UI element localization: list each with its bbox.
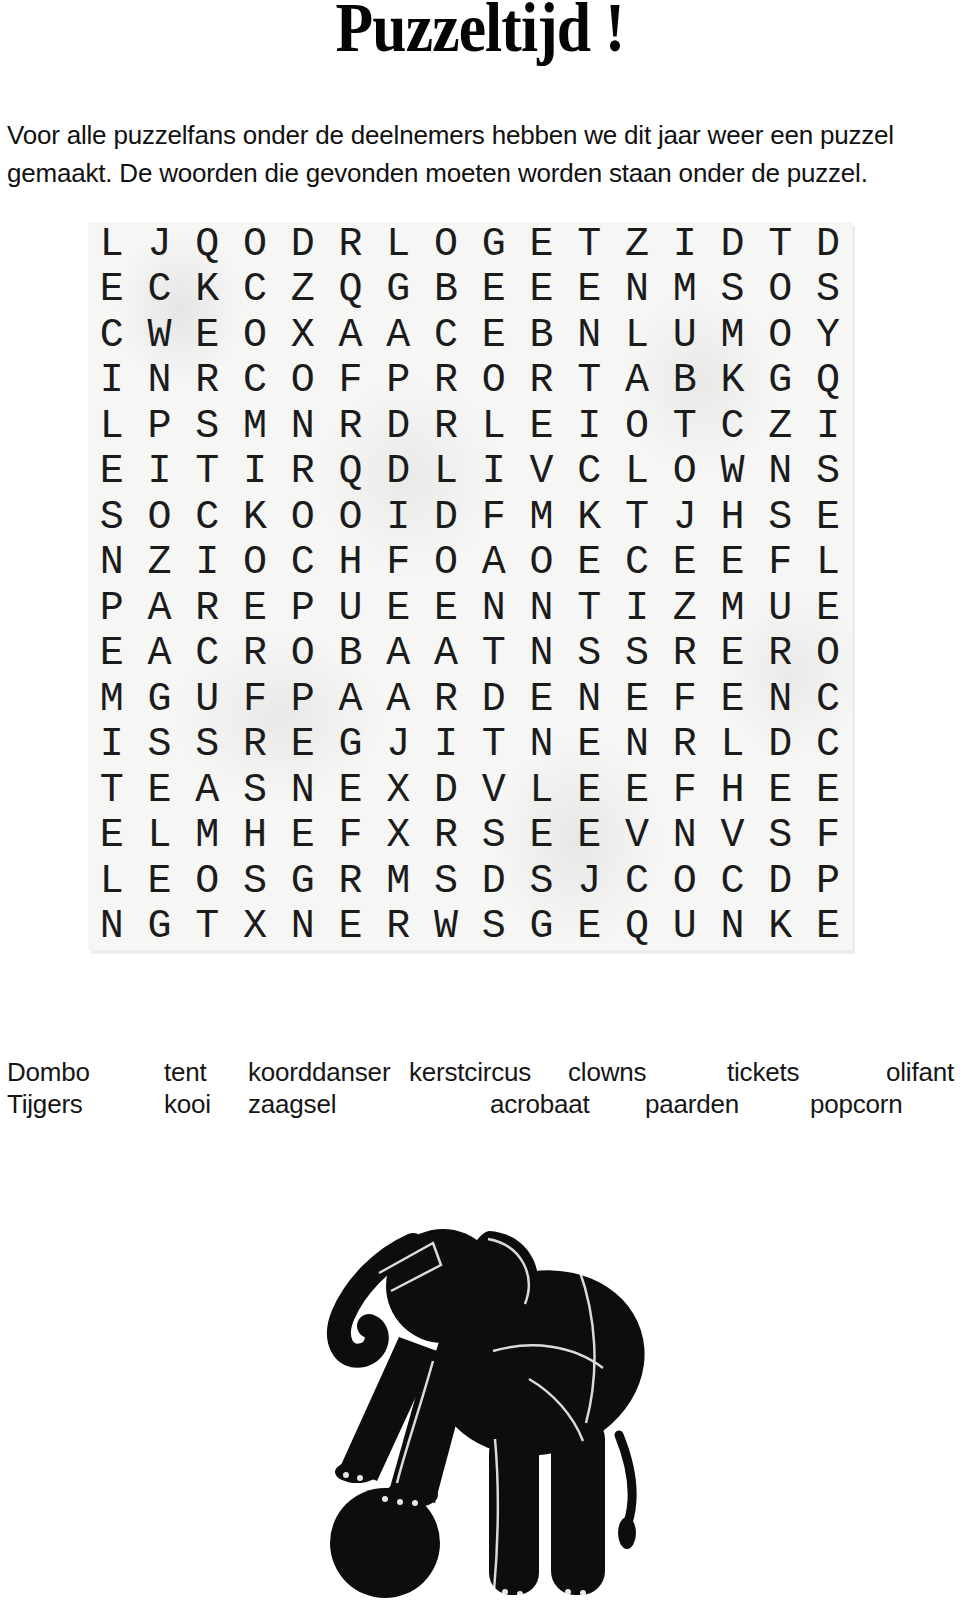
grid-cell: E xyxy=(470,268,518,314)
grid-cell: L xyxy=(88,859,136,905)
grid-cell: M xyxy=(661,268,709,314)
word-acrobaat: acrobaat xyxy=(490,1089,590,1120)
grid-cell: K xyxy=(709,359,757,405)
grid-cell: T xyxy=(613,495,661,541)
grid-cell: O xyxy=(231,222,279,268)
grid-cell: E xyxy=(566,768,614,814)
grid-cell: H xyxy=(231,814,279,860)
grid-cell: E xyxy=(375,586,423,632)
grid-cell: C xyxy=(184,632,232,678)
grid-cell: F xyxy=(327,814,375,860)
grid-cell: M xyxy=(184,814,232,860)
grid-cell: L xyxy=(375,222,423,268)
grid-cell: N xyxy=(613,723,661,769)
grid-cell: R xyxy=(757,632,805,678)
grid-cell: C xyxy=(231,359,279,405)
grid-cell: M xyxy=(709,313,757,359)
grid-cell: E xyxy=(88,450,136,496)
grid-cell: C xyxy=(709,404,757,450)
grid-cell: C xyxy=(804,723,852,769)
grid-cell: E xyxy=(184,313,232,359)
grid-cell: A xyxy=(136,632,184,678)
grid-cell: S xyxy=(804,450,852,496)
grid-cell: M xyxy=(231,404,279,450)
grid-cell: U xyxy=(661,905,709,951)
grid-cell: A xyxy=(470,541,518,587)
grid-cell: B xyxy=(518,313,566,359)
grid-cell: G xyxy=(327,723,375,769)
word-koorddanser: koorddanser xyxy=(248,1057,390,1088)
grid-cell: E xyxy=(136,768,184,814)
grid-cell: R xyxy=(327,222,375,268)
grid-cell: N xyxy=(566,677,614,723)
grid-cell: G xyxy=(470,222,518,268)
grid-cell: E xyxy=(661,541,709,587)
grid-cell: T xyxy=(757,222,805,268)
grid-cell: Q xyxy=(184,222,232,268)
grid-cell: A xyxy=(375,313,423,359)
grid-cell: S xyxy=(804,268,852,314)
grid-cell: N xyxy=(661,814,709,860)
grid-cell: V xyxy=(709,814,757,860)
grid-cell: L xyxy=(518,768,566,814)
grid-cell: L xyxy=(136,814,184,860)
grid-cell: C xyxy=(422,313,470,359)
grid-cell: N xyxy=(88,541,136,587)
grid-cell: E xyxy=(566,814,614,860)
grid-cell: X xyxy=(279,313,327,359)
grid-cell: Z xyxy=(279,268,327,314)
grid-cell: E xyxy=(566,905,614,951)
grid-cell: N xyxy=(518,723,566,769)
grid-cell: O xyxy=(804,632,852,678)
grid-cell: O xyxy=(470,359,518,405)
grid-cell: B xyxy=(661,359,709,405)
grid-cell: N xyxy=(709,905,757,951)
grid-cell: R xyxy=(231,632,279,678)
intro-line-1: Voor alle puzzelfans onder de deelnemers… xyxy=(7,120,957,151)
grid-cell: E xyxy=(231,586,279,632)
grid-cell: N xyxy=(518,586,566,632)
puzzle-page: Puzzeltijd ! Voor alle puzzelfans onder … xyxy=(0,0,960,1607)
grid-cell: N xyxy=(757,677,805,723)
grid-cell: O xyxy=(661,450,709,496)
grid-cell: W xyxy=(422,905,470,951)
grid-cell: R xyxy=(375,905,423,951)
word-kerstcircus: kerstcircus xyxy=(409,1057,531,1088)
grid-cell: I xyxy=(804,404,852,450)
grid-cell: F xyxy=(327,359,375,405)
grid-cell: D xyxy=(470,859,518,905)
grid-cell: F xyxy=(661,768,709,814)
grid-cell: K xyxy=(231,495,279,541)
grid-cell: O xyxy=(279,495,327,541)
grid-cell: O xyxy=(422,541,470,587)
grid-cell: E xyxy=(613,677,661,723)
grid-cell: I xyxy=(613,586,661,632)
grid-cell: K xyxy=(566,495,614,541)
grid-cell: Q xyxy=(804,359,852,405)
grid-cell: E xyxy=(566,723,614,769)
grid-cell: Z xyxy=(661,586,709,632)
grid-cell: D xyxy=(422,768,470,814)
word-popcorn: popcorn xyxy=(810,1089,903,1120)
grid-cell: O xyxy=(184,859,232,905)
grid-cell: A xyxy=(327,677,375,723)
grid-cell: Q xyxy=(613,905,661,951)
grid-cell: B xyxy=(327,632,375,678)
grid-cell: S xyxy=(88,495,136,541)
grid-cell: D xyxy=(804,222,852,268)
grid-cell: S xyxy=(757,495,805,541)
grid-cell: I xyxy=(422,723,470,769)
grid-cell: E xyxy=(566,268,614,314)
grid-cell: A xyxy=(327,313,375,359)
grid-cell: I xyxy=(375,495,423,541)
grid-cell: E xyxy=(518,268,566,314)
grid-cell: S xyxy=(470,814,518,860)
grid-cell: E xyxy=(613,768,661,814)
grid-cell: N xyxy=(136,359,184,405)
grid-cell: S xyxy=(470,905,518,951)
grid-cell: A xyxy=(375,677,423,723)
grid-cell: A xyxy=(375,632,423,678)
grid-cell: N xyxy=(279,768,327,814)
grid-cell: Q xyxy=(327,268,375,314)
grid-cell: D xyxy=(422,495,470,541)
grid-cell: F xyxy=(661,677,709,723)
grid-cell: R xyxy=(661,632,709,678)
grid-cell: I xyxy=(184,541,232,587)
grid-cell: A xyxy=(136,586,184,632)
grid-cell: R xyxy=(422,404,470,450)
grid-cell: O xyxy=(518,541,566,587)
grid-cell: C xyxy=(613,859,661,905)
grid-cell: E xyxy=(88,268,136,314)
grid-cell: V xyxy=(470,768,518,814)
grid-cell: V xyxy=(613,814,661,860)
grid-cell: P xyxy=(375,359,423,405)
grid-cell: G xyxy=(518,905,566,951)
grid-cell: T xyxy=(470,632,518,678)
grid-cell: P xyxy=(279,586,327,632)
grid-cell: R xyxy=(422,677,470,723)
grid-cell: N xyxy=(757,450,805,496)
grid-cell: I xyxy=(661,222,709,268)
grid-cell: O xyxy=(757,313,805,359)
grid-cell: S xyxy=(566,632,614,678)
grid-cell: G xyxy=(279,859,327,905)
grid-cell: D xyxy=(470,677,518,723)
grid-cell: A xyxy=(184,768,232,814)
grid-cell: D xyxy=(757,859,805,905)
grid-cell: R xyxy=(422,359,470,405)
grid-cell: O xyxy=(279,359,327,405)
grid-cell: J xyxy=(661,495,709,541)
grid-cell: M xyxy=(709,586,757,632)
grid-cell: L xyxy=(804,541,852,587)
grid-cell: O xyxy=(136,495,184,541)
grid-cell: D xyxy=(757,723,805,769)
grid-cell: S xyxy=(184,723,232,769)
grid-cell: E xyxy=(518,404,566,450)
grid-cell: F xyxy=(231,677,279,723)
grid-cell: E xyxy=(279,723,327,769)
grid-cell: D xyxy=(279,222,327,268)
grid-cell: L xyxy=(88,222,136,268)
grid-cell: Z xyxy=(613,222,661,268)
grid-cell: Z xyxy=(136,541,184,587)
word-dombo: Dombo xyxy=(7,1057,90,1088)
grid-cell: T xyxy=(470,723,518,769)
grid-cell: F xyxy=(804,814,852,860)
grid-cell: L xyxy=(613,313,661,359)
grid-cell: E xyxy=(327,768,375,814)
grid-cell: S xyxy=(184,404,232,450)
grid-cell: K xyxy=(184,268,232,314)
grid-cell: N xyxy=(470,586,518,632)
grid-cell: N xyxy=(613,268,661,314)
grid-cell: F xyxy=(375,541,423,587)
grid-cell: T xyxy=(88,768,136,814)
word-zaagsel: zaagsel xyxy=(248,1089,336,1120)
grid-cell: I xyxy=(231,450,279,496)
grid-cell: E xyxy=(279,814,327,860)
grid-cell: C xyxy=(231,268,279,314)
grid-cell: S xyxy=(613,632,661,678)
grid-cell: W xyxy=(709,450,757,496)
grid-cell: I xyxy=(88,359,136,405)
grid-cell: D xyxy=(709,222,757,268)
grid-cell: E xyxy=(88,632,136,678)
grid-cell: S xyxy=(518,859,566,905)
intro-line-2: gemaakt. De woorden die gevonden moeten … xyxy=(7,158,957,189)
grid-cell: U xyxy=(661,313,709,359)
grid-cell: R xyxy=(184,586,232,632)
grid-cell: C xyxy=(184,495,232,541)
grid-cell: P xyxy=(279,677,327,723)
grid-cell: G xyxy=(375,268,423,314)
grid-cell: X xyxy=(375,814,423,860)
grid-cell: N xyxy=(566,313,614,359)
grid-cell: U xyxy=(327,586,375,632)
grid-cell: O xyxy=(757,268,805,314)
grid-cell: R xyxy=(327,404,375,450)
grid-cell: P xyxy=(88,586,136,632)
grid-cell: R xyxy=(661,723,709,769)
grid-cell: C xyxy=(279,541,327,587)
word-tent: tent xyxy=(164,1057,207,1088)
grid-cell: R xyxy=(184,359,232,405)
grid-cell: L xyxy=(88,404,136,450)
word-kooi: kooi xyxy=(164,1089,211,1120)
grid-cell: N xyxy=(279,905,327,951)
grid-cell: Z xyxy=(757,404,805,450)
grid-cell: F xyxy=(470,495,518,541)
grid-cell: J xyxy=(566,859,614,905)
grid-cell: S xyxy=(136,723,184,769)
grid-cell: E xyxy=(566,541,614,587)
grid-cell: R xyxy=(422,814,470,860)
grid-cell: T xyxy=(566,586,614,632)
grid-cell: E xyxy=(709,677,757,723)
grid-cell: I xyxy=(566,404,614,450)
grid-cell: T xyxy=(184,450,232,496)
grid-cell: L xyxy=(709,723,757,769)
word-tijgers: Tijgers xyxy=(7,1089,83,1120)
grid-cell: O xyxy=(231,313,279,359)
grid-cell: A xyxy=(613,359,661,405)
grid-cell: E xyxy=(757,768,805,814)
grid-cell: E xyxy=(136,859,184,905)
grid-cell: N xyxy=(88,905,136,951)
word-tickets: tickets xyxy=(727,1057,799,1088)
grid-cell: C xyxy=(566,450,614,496)
grid-cell: T xyxy=(661,404,709,450)
grid-cell: T xyxy=(566,222,614,268)
grid-cell: F xyxy=(757,541,805,587)
grid-cell: Q xyxy=(327,450,375,496)
grid-cell: O xyxy=(231,541,279,587)
grid-cell: N xyxy=(518,632,566,678)
grid-cell: E xyxy=(804,495,852,541)
grid-cell: S xyxy=(422,859,470,905)
grid-cell: U xyxy=(184,677,232,723)
grid-cell: J xyxy=(136,222,184,268)
grid-cell: M xyxy=(518,495,566,541)
grid-cell: R xyxy=(231,723,279,769)
grid-cell: E xyxy=(518,677,566,723)
page-title: Puzzeltijd ! xyxy=(58,0,903,68)
grid-cell: D xyxy=(375,404,423,450)
grid-cell: G xyxy=(136,905,184,951)
word-clowns: clowns xyxy=(568,1057,646,1088)
grid-cell: E xyxy=(470,313,518,359)
grid-cell: C xyxy=(709,859,757,905)
grid-cell: D xyxy=(375,450,423,496)
grid-cell: R xyxy=(327,859,375,905)
grid-cell: H xyxy=(709,768,757,814)
grid-cell: C xyxy=(613,541,661,587)
grid-cell: S xyxy=(231,859,279,905)
grid-cell: X xyxy=(375,768,423,814)
grid-cell: C xyxy=(136,268,184,314)
grid-cell: C xyxy=(804,677,852,723)
grid-cell: S xyxy=(709,268,757,314)
grid-cell: O xyxy=(661,859,709,905)
grid-cell: V xyxy=(518,450,566,496)
grid-cell: J xyxy=(375,723,423,769)
grid-cell: R xyxy=(518,359,566,405)
grid-cell: E xyxy=(422,586,470,632)
grid-cell: T xyxy=(566,359,614,405)
grid-cell: M xyxy=(375,859,423,905)
grid-cell: E xyxy=(518,814,566,860)
grid-cell: K xyxy=(757,905,805,951)
grid-cell: E xyxy=(804,586,852,632)
grid-cell: E xyxy=(709,632,757,678)
grid-cell: I xyxy=(88,723,136,769)
grid-cell: E xyxy=(88,814,136,860)
grid-cell: E xyxy=(804,768,852,814)
grid-cell: O xyxy=(613,404,661,450)
grid-cell: O xyxy=(279,632,327,678)
grid-cell: G xyxy=(136,677,184,723)
word-search-grid: LJQODRLOGETZIDTDECKCZQGBEEENMSOSCWEOXAAC… xyxy=(88,222,852,950)
grid-cell: L xyxy=(613,450,661,496)
grid-cell: O xyxy=(422,222,470,268)
word-paarden: paarden xyxy=(645,1089,739,1120)
grid-cell: L xyxy=(422,450,470,496)
circus-elephant-illustration xyxy=(283,1183,687,1607)
grid-cell: S xyxy=(231,768,279,814)
grid-cell: W xyxy=(136,313,184,359)
grid-cell: Y xyxy=(804,313,852,359)
grid-cell: G xyxy=(757,359,805,405)
grid-cell: B xyxy=(422,268,470,314)
grid-cell: I xyxy=(136,450,184,496)
grid-cell: U xyxy=(757,586,805,632)
grid-cell: X xyxy=(231,905,279,951)
grid-cell: P xyxy=(136,404,184,450)
grid-cell: I xyxy=(470,450,518,496)
grid-cell: R xyxy=(279,450,327,496)
grid-cell: P xyxy=(804,859,852,905)
grid-cell: O xyxy=(327,495,375,541)
grid-cell: M xyxy=(88,677,136,723)
grid-cell: L xyxy=(470,404,518,450)
grid-cell: T xyxy=(184,905,232,951)
grid-cell: E xyxy=(804,905,852,951)
grid-cell: A xyxy=(422,632,470,678)
grid-cell: E xyxy=(327,905,375,951)
grid-cell: N xyxy=(279,404,327,450)
grid-cell: C xyxy=(88,313,136,359)
grid-cell: H xyxy=(709,495,757,541)
grid-cell: H xyxy=(327,541,375,587)
grid-cell: E xyxy=(709,541,757,587)
grid-cell: S xyxy=(757,814,805,860)
grid-cell: E xyxy=(518,222,566,268)
word-olifant: olifant xyxy=(886,1057,954,1088)
